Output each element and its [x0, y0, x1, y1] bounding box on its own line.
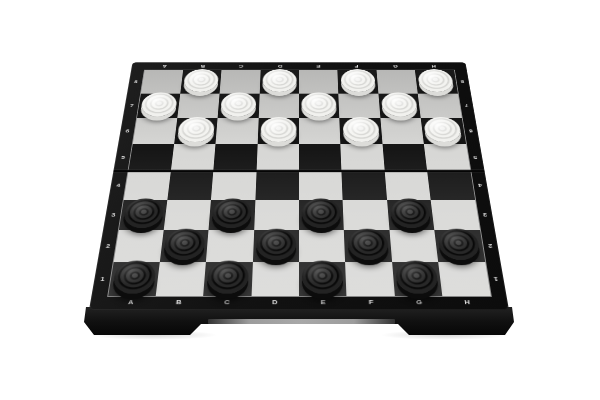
checker-glyph: ⛂: [256, 229, 296, 260]
pieces-layer: ⛀⛀⛀⛀⛀⛀⛀⛀⛀⛀⛀⛀⛂⛂⛂⛂⛂⛂⛂⛂⛂⛂⛂⛂: [108, 70, 490, 296]
checker-glyph: ⛀: [183, 69, 219, 92]
file-label-top-a: A: [144, 62, 184, 69]
checker-glyph: ⛀: [423, 117, 462, 142]
piece-white-f8[interactable]: ⛀: [340, 69, 375, 92]
file-label-bottom-f: F: [347, 296, 396, 309]
checker-glyph: ⛂: [163, 229, 206, 260]
piece-black-h2[interactable]: ⛂: [437, 229, 481, 260]
piece-black-e3[interactable]: ⛂: [302, 198, 341, 227]
checker-glyph: ⛂: [122, 198, 165, 227]
product-photo-stage: ABCDEFGH 87654321 87654321 ABCDEFGH ⛀⛀⛀⛀…: [0, 0, 600, 400]
piece-white-g7[interactable]: ⛀: [381, 92, 418, 116]
piece-black-c3[interactable]: ⛂: [212, 198, 252, 227]
checker-glyph: ⛀: [340, 69, 375, 92]
piece-black-a3[interactable]: ⛂: [122, 198, 165, 227]
file-label-bottom-b: B: [154, 296, 203, 309]
checker-glyph: ⛂: [207, 261, 250, 294]
piece-black-a1[interactable]: ⛂: [111, 261, 157, 294]
piece-white-c7[interactable]: ⛀: [221, 92, 257, 116]
file-label-bottom-a: A: [106, 296, 156, 309]
file-label-bottom-e: E: [299, 296, 347, 309]
piece-white-b8[interactable]: ⛀: [183, 69, 219, 92]
file-label-bottom-c: C: [202, 296, 251, 309]
checker-glyph: ⛀: [381, 92, 418, 116]
checker-glyph: ⛂: [302, 261, 344, 294]
file-label-top-e: E: [299, 62, 338, 69]
checker-glyph: ⛀: [260, 117, 296, 142]
piece-white-f6[interactable]: ⛀: [342, 117, 379, 142]
file-label-bottom-d: D: [251, 296, 299, 309]
file-label-top-g: G: [376, 62, 415, 69]
checker-glyph: ⛀: [177, 117, 215, 142]
file-labels-bottom: ABCDEFGH: [106, 296, 493, 309]
piece-white-e7[interactable]: ⛀: [302, 92, 337, 116]
piece-black-c1[interactable]: ⛂: [207, 261, 250, 294]
handle-recess: [208, 319, 395, 324]
checker-glyph: ⛀: [262, 69, 296, 92]
checker-glyph: ⛂: [347, 229, 389, 260]
file-label-top-c: C: [222, 62, 261, 69]
checker-glyph: ⛂: [437, 229, 481, 260]
piece-white-d6[interactable]: ⛀: [260, 117, 296, 142]
checker-glyph: ⛂: [212, 198, 252, 227]
piece-white-h8[interactable]: ⛀: [417, 69, 454, 92]
checker-glyph: ⛀: [140, 92, 178, 116]
checker-glyph: ⛂: [302, 198, 341, 227]
piece-white-d8[interactable]: ⛀: [262, 69, 296, 92]
piece-white-a7[interactable]: ⛀: [140, 92, 178, 116]
checker-glyph: ⛂: [395, 261, 439, 294]
file-label-bottom-g: G: [395, 296, 444, 309]
checker-glyph: ⛂: [390, 198, 432, 227]
checkers-board: ABCDEFGH 87654321 87654321 ABCDEFGH ⛀⛀⛀⛀…: [89, 62, 509, 310]
piece-black-g3[interactable]: ⛂: [390, 198, 432, 227]
piece-black-e1[interactable]: ⛂: [302, 261, 344, 294]
piece-black-f2[interactable]: ⛂: [347, 229, 389, 260]
piece-black-b2[interactable]: ⛂: [163, 229, 206, 260]
checker-glyph: ⛀: [302, 92, 337, 116]
checker-glyph: ⛂: [111, 261, 157, 294]
piece-black-d2[interactable]: ⛂: [256, 229, 296, 260]
file-label-bottom-h: H: [442, 296, 492, 309]
piece-white-h6[interactable]: ⛀: [423, 117, 462, 142]
piece-black-g1[interactable]: ⛂: [395, 261, 439, 294]
piece-white-b6[interactable]: ⛀: [177, 117, 215, 142]
checker-glyph: ⛀: [417, 69, 454, 92]
checker-glyph: ⛀: [342, 117, 379, 142]
checker-glyph: ⛀: [221, 92, 257, 116]
